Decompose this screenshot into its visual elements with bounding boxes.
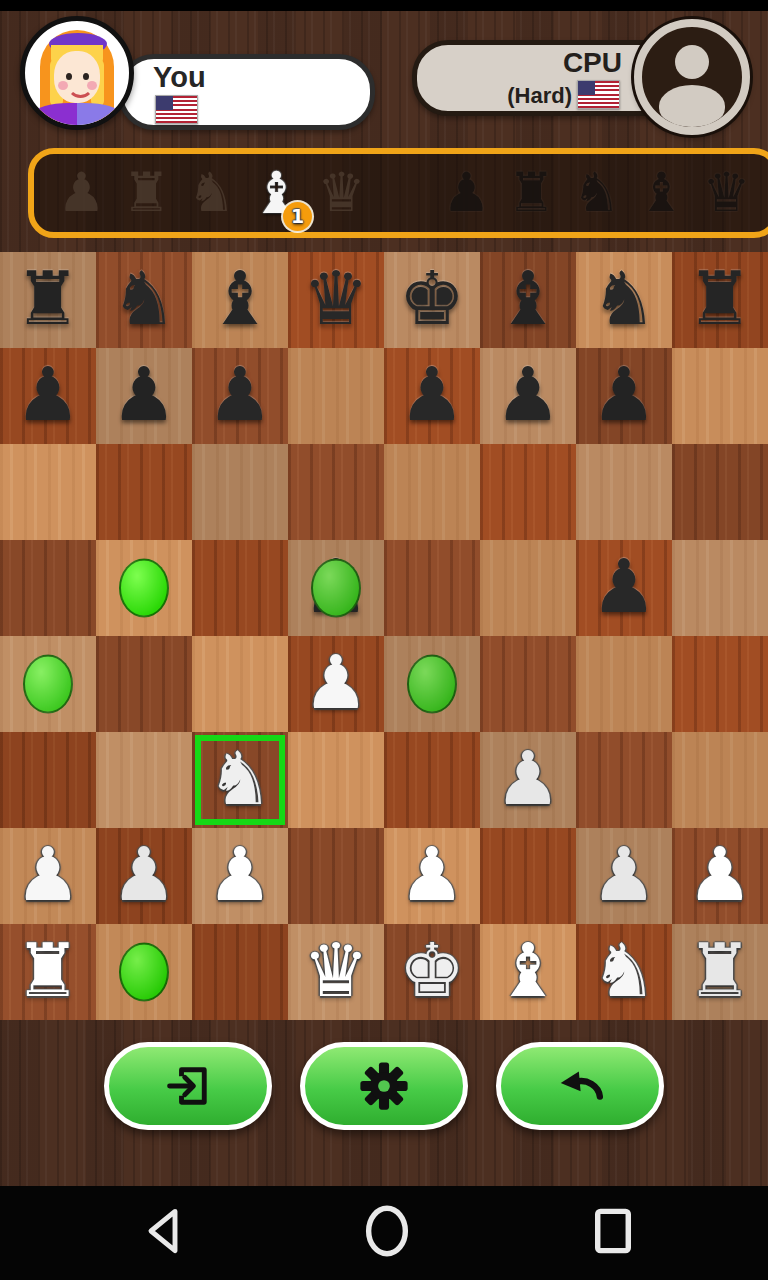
square-e3[interactable] [384, 732, 480, 828]
piece-white-queen[interactable]: ♛ [288, 924, 384, 1020]
us-flag-icon [577, 80, 620, 109]
square-c7[interactable]: ♟ [192, 348, 288, 444]
piece-white-pawn[interactable]: ♟ [192, 828, 288, 924]
square-b6[interactable] [96, 444, 192, 540]
player-cpu-avatar[interactable] [634, 19, 750, 135]
square-h5[interactable] [672, 540, 768, 636]
square-h7[interactable] [672, 348, 768, 444]
piece-black-knight[interactable]: ♞ [96, 252, 192, 348]
square-c4[interactable] [192, 636, 288, 732]
square-d6[interactable] [288, 444, 384, 540]
piece-white-bishop[interactable]: ♝ [480, 924, 576, 1020]
square-c3[interactable]: ♞ [192, 732, 288, 828]
square-g1[interactable]: ♞ [576, 924, 672, 1020]
settings-button[interactable] [300, 1042, 468, 1130]
square-d8[interactable]: ♛ [288, 252, 384, 348]
square-g4[interactable] [576, 636, 672, 732]
square-c1[interactable] [192, 924, 288, 1020]
home-icon [363, 1204, 411, 1258]
square-b8[interactable]: ♞ [96, 252, 192, 348]
square-h6[interactable] [672, 444, 768, 540]
square-e4[interactable] [384, 636, 480, 732]
tray-black-knight: ♞ [569, 157, 624, 229]
us-flag-icon [155, 95, 198, 124]
piece-black-pawn[interactable]: ♟ [576, 348, 672, 444]
square-h1[interactable]: ♜ [672, 924, 768, 1020]
square-d7[interactable] [288, 348, 384, 444]
square-d4[interactable]: ♟ [288, 636, 384, 732]
square-b1[interactable] [96, 924, 192, 1020]
square-f2[interactable] [480, 828, 576, 924]
piece-white-pawn[interactable]: ♟ [0, 828, 96, 924]
piece-black-pawn[interactable]: ♟ [384, 348, 480, 444]
player-you-name: You [153, 61, 206, 94]
square-g3[interactable] [576, 732, 672, 828]
captured-pieces-tray: ♟♜♞♝1♛ ♟♜♞♝♛ [28, 148, 768, 238]
square-e6[interactable] [384, 444, 480, 540]
square-f5[interactable] [480, 540, 576, 636]
gear-icon [357, 1059, 411, 1113]
tray-white-rook: ♜ [119, 157, 174, 229]
chess-board: ♜♞♝♛♚♝♞♜♟♟♟♟♟♟♟♟♟♞♟♟♟♟♟♟♟♜♛♚♝♞♜ [0, 252, 768, 1020]
back-button[interactable] [144, 1207, 182, 1259]
tray-white-bishop: ♝1 [249, 157, 304, 229]
bottom-controls [0, 1042, 768, 1130]
piece-white-knight[interactable]: ♞ [576, 924, 672, 1020]
piece-black-rook[interactable]: ♜ [672, 252, 768, 348]
person-icon [675, 45, 709, 79]
piece-white-pawn[interactable]: ♟ [672, 828, 768, 924]
square-f8[interactable]: ♝ [480, 252, 576, 348]
avatar-eye [66, 73, 72, 80]
square-e2[interactable]: ♟ [384, 828, 480, 924]
square-a8[interactable]: ♜ [0, 252, 96, 348]
square-d1[interactable]: ♛ [288, 924, 384, 1020]
person-icon-body [659, 85, 725, 127]
legal-move-dot[interactable] [119, 559, 169, 618]
chess-app-screen: You CPU (Hard) ♟♜♞♝1♛ ♟♜♞♝♛ ♜♞♝♛♚♝♞♜♟♟♟♟… [0, 0, 768, 1280]
square-h3[interactable] [672, 732, 768, 828]
captured-count-badge: 1 [283, 202, 312, 231]
exit-button[interactable] [104, 1042, 272, 1130]
square-a4[interactable] [0, 636, 96, 732]
square-a5[interactable] [0, 540, 96, 636]
square-c8[interactable]: ♝ [192, 252, 288, 348]
exit-icon [162, 1060, 214, 1112]
square-c6[interactable] [192, 444, 288, 540]
square-b4[interactable] [96, 636, 192, 732]
piece-white-pawn[interactable]: ♟ [96, 828, 192, 924]
square-h4[interactable] [672, 636, 768, 732]
tray-black-queen: ♛ [699, 157, 754, 229]
square-c5[interactable] [192, 540, 288, 636]
piece-white-rook[interactable]: ♜ [0, 924, 96, 1020]
recents-icon [593, 1207, 633, 1255]
tray-black-pieces: ♟♜♞♝♛ [439, 157, 754, 229]
tray-white-queen: ♛ [314, 157, 369, 229]
square-g8[interactable]: ♞ [576, 252, 672, 348]
recents-button[interactable] [593, 1207, 633, 1259]
piece-white-pawn[interactable]: ♟ [480, 732, 576, 828]
avatar-shirt [35, 103, 119, 128]
square-a6[interactable] [0, 444, 96, 540]
square-h8[interactable]: ♜ [672, 252, 768, 348]
tray-white-pawn: ♟ [54, 157, 109, 229]
square-b5[interactable] [96, 540, 192, 636]
selected-square-highlight [195, 735, 285, 825]
square-e1[interactable]: ♚ [384, 924, 480, 1020]
square-d5[interactable]: ♟ [288, 540, 384, 636]
piece-white-pawn[interactable]: ♟ [288, 636, 384, 732]
square-g7[interactable]: ♟ [576, 348, 672, 444]
square-h2[interactable]: ♟ [672, 828, 768, 924]
tray-white-pieces: ♟♜♞♝1♛ [54, 157, 369, 229]
square-c2[interactable]: ♟ [192, 828, 288, 924]
square-b2[interactable]: ♟ [96, 828, 192, 924]
square-b7[interactable]: ♟ [96, 348, 192, 444]
piece-black-pawn[interactable]: ♟ [96, 348, 192, 444]
status-bar [0, 0, 768, 11]
square-e5[interactable] [384, 540, 480, 636]
piece-black-bishop[interactable]: ♝ [480, 252, 576, 348]
square-f1[interactable]: ♝ [480, 924, 576, 1020]
tray-black-pawn: ♟ [439, 157, 494, 229]
square-f3[interactable]: ♟ [480, 732, 576, 828]
tray-black-rook: ♜ [504, 157, 559, 229]
square-g5[interactable]: ♟ [576, 540, 672, 636]
square-f6[interactable] [480, 444, 576, 540]
tray-black-bishop: ♝ [634, 157, 689, 229]
capture-move-dot[interactable] [311, 559, 361, 618]
piece-white-pawn[interactable]: ♟ [384, 828, 480, 924]
home-button[interactable] [363, 1204, 411, 1262]
undo-icon [552, 1058, 608, 1114]
square-d3[interactable] [288, 732, 384, 828]
piece-black-bishop[interactable]: ♝ [192, 252, 288, 348]
square-d2[interactable] [288, 828, 384, 924]
piece-white-king[interactable]: ♚ [384, 924, 480, 1020]
square-b3[interactable] [96, 732, 192, 828]
player-cpu-name: CPU [563, 47, 622, 79]
avatar-eye [83, 73, 89, 80]
tray-white-knight: ♞ [184, 157, 239, 229]
android-nav-bar [0, 1186, 768, 1280]
piece-black-queen[interactable]: ♛ [288, 252, 384, 348]
square-e7[interactable]: ♟ [384, 348, 480, 444]
player-cpu-difficulty: (Hard) [507, 83, 572, 109]
square-a3[interactable] [0, 732, 96, 828]
piece-black-pawn[interactable]: ♟ [192, 348, 288, 444]
player-card-you: You [118, 54, 375, 130]
legal-move-dot[interactable] [407, 655, 457, 714]
square-f7[interactable]: ♟ [480, 348, 576, 444]
legal-move-dot[interactable] [23, 655, 73, 714]
piece-black-rook[interactable]: ♜ [0, 252, 96, 348]
piece-black-knight[interactable]: ♞ [576, 252, 672, 348]
piece-black-pawn[interactable]: ♟ [480, 348, 576, 444]
piece-black-king[interactable]: ♚ [384, 252, 480, 348]
square-a1[interactable]: ♜ [0, 924, 96, 1020]
piece-black-pawn[interactable]: ♟ [576, 540, 672, 636]
square-f4[interactable] [480, 636, 576, 732]
piece-white-rook[interactable]: ♜ [672, 924, 768, 1020]
piece-black-pawn[interactable]: ♟ [0, 348, 96, 444]
legal-move-dot[interactable] [119, 943, 169, 1002]
back-icon [144, 1207, 182, 1255]
square-g6[interactable] [576, 444, 672, 540]
square-e8[interactable]: ♚ [384, 252, 480, 348]
square-g2[interactable]: ♟ [576, 828, 672, 924]
square-a7[interactable]: ♟ [0, 348, 96, 444]
player-you-avatar[interactable] [20, 16, 134, 130]
square-a2[interactable]: ♟ [0, 828, 96, 924]
undo-button[interactable] [496, 1042, 664, 1130]
piece-white-pawn[interactable]: ♟ [576, 828, 672, 924]
